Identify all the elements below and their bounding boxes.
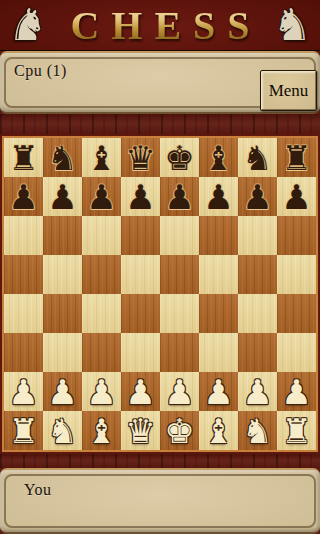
square-d6[interactable]	[121, 216, 160, 255]
square-f5[interactable]	[199, 255, 238, 294]
square-d5[interactable]	[121, 255, 160, 294]
piece-bN-b8[interactable]: ♞	[47, 141, 77, 175]
menu-button[interactable]: Menu	[260, 70, 317, 111]
square-g3[interactable]	[238, 333, 277, 372]
piece-bR-a8[interactable]: ♜	[8, 141, 38, 175]
board-frame: ♜♞♝♛♚♝♞♜♟♟♟♟♟♟♟♟♟♟♟♟♟♟♟♟♜♞♝♛♚♝♞♜	[0, 134, 320, 454]
square-g8[interactable]: ♞	[238, 138, 277, 177]
square-g4[interactable]	[238, 294, 277, 333]
piece-wN-g1[interactable]: ♞	[242, 414, 272, 448]
piece-wP-a2[interactable]: ♟	[8, 375, 38, 409]
wood-background-strip	[0, 114, 320, 134]
chess-app-screen: ♞ CHESS ♞ Cpu (1) Menu ♜♞♝♛♚♝♞♜♟♟♟♟♟♟♟♟♟…	[0, 0, 320, 534]
square-e6[interactable]	[160, 216, 199, 255]
piece-bP-c7[interactable]: ♟	[86, 180, 116, 214]
piece-wP-h2[interactable]: ♟	[281, 375, 311, 409]
piece-wP-e2[interactable]: ♟	[164, 375, 194, 409]
square-f6[interactable]	[199, 216, 238, 255]
square-h4[interactable]	[277, 294, 316, 333]
piece-wN-b1[interactable]: ♞	[47, 414, 77, 448]
piece-wK-e1[interactable]: ♚	[164, 414, 194, 448]
square-b3[interactable]	[43, 333, 82, 372]
square-h5[interactable]	[277, 255, 316, 294]
square-g7[interactable]: ♟	[238, 177, 277, 216]
piece-bB-c8[interactable]: ♝	[86, 141, 116, 175]
square-a3[interactable]	[4, 333, 43, 372]
square-c6[interactable]	[82, 216, 121, 255]
square-d2[interactable]: ♟	[121, 372, 160, 411]
piece-wP-b2[interactable]: ♟	[47, 375, 77, 409]
square-a2[interactable]: ♟	[4, 372, 43, 411]
piece-bP-e7[interactable]: ♟	[164, 180, 194, 214]
square-d1[interactable]: ♛	[121, 411, 160, 450]
knight-icon: ♞	[8, 1, 47, 49]
piece-bP-f7[interactable]: ♟	[203, 180, 233, 214]
square-b1[interactable]: ♞	[43, 411, 82, 450]
square-f3[interactable]	[199, 333, 238, 372]
square-a6[interactable]	[4, 216, 43, 255]
square-g1[interactable]: ♞	[238, 411, 277, 450]
square-c2[interactable]: ♟	[82, 372, 121, 411]
square-b5[interactable]	[43, 255, 82, 294]
piece-wR-h1[interactable]: ♜	[281, 414, 311, 448]
opponent-bar: Cpu (1) Menu	[0, 51, 320, 114]
piece-bP-h7[interactable]: ♟	[281, 180, 311, 214]
piece-bP-b7[interactable]: ♟	[47, 180, 77, 214]
square-f8[interactable]: ♝	[199, 138, 238, 177]
square-f2[interactable]: ♟	[199, 372, 238, 411]
square-b6[interactable]	[43, 216, 82, 255]
square-f4[interactable]	[199, 294, 238, 333]
square-e5[interactable]	[160, 255, 199, 294]
square-h8[interactable]: ♜	[277, 138, 316, 177]
piece-bN-g8[interactable]: ♞	[242, 141, 272, 175]
piece-bR-h8[interactable]: ♜	[281, 141, 311, 175]
square-c7[interactable]: ♟	[82, 177, 121, 216]
square-e8[interactable]: ♚	[160, 138, 199, 177]
square-h2[interactable]: ♟	[277, 372, 316, 411]
piece-wP-g2[interactable]: ♟	[242, 375, 272, 409]
piece-wB-f1[interactable]: ♝	[203, 414, 233, 448]
opponent-name-label: Cpu (1)	[14, 62, 67, 80]
wood-background-strip	[0, 454, 320, 468]
square-a7[interactable]: ♟	[4, 177, 43, 216]
square-a8[interactable]: ♜	[4, 138, 43, 177]
square-g2[interactable]: ♟	[238, 372, 277, 411]
square-b8[interactable]: ♞	[43, 138, 82, 177]
chess-board[interactable]: ♜♞♝♛♚♝♞♜♟♟♟♟♟♟♟♟♟♟♟♟♟♟♟♟♜♞♝♛♚♝♞♜	[2, 136, 318, 452]
piece-bB-f8[interactable]: ♝	[203, 141, 233, 175]
square-c4[interactable]	[82, 294, 121, 333]
piece-wR-a1[interactable]: ♜	[8, 414, 38, 448]
square-d3[interactable]	[121, 333, 160, 372]
square-a1[interactable]: ♜	[4, 411, 43, 450]
square-b7[interactable]: ♟	[43, 177, 82, 216]
square-d4[interactable]	[121, 294, 160, 333]
piece-wP-f2[interactable]: ♟	[203, 375, 233, 409]
square-f1[interactable]: ♝	[199, 411, 238, 450]
square-e7[interactable]: ♟	[160, 177, 199, 216]
piece-bQ-d8[interactable]: ♛	[125, 141, 155, 175]
square-h6[interactable]	[277, 216, 316, 255]
square-e2[interactable]: ♟	[160, 372, 199, 411]
piece-bP-g7[interactable]: ♟	[242, 180, 272, 214]
title-bar: ♞ CHESS ♞	[0, 0, 320, 51]
square-h7[interactable]: ♟	[277, 177, 316, 216]
square-b2[interactable]: ♟	[43, 372, 82, 411]
square-e3[interactable]	[160, 333, 199, 372]
piece-bP-d7[interactable]: ♟	[125, 180, 155, 214]
app-title: CHESS	[58, 2, 261, 49]
piece-wB-c1[interactable]: ♝	[86, 414, 116, 448]
square-e4[interactable]	[160, 294, 199, 333]
square-a5[interactable]	[4, 255, 43, 294]
square-h1[interactable]: ♜	[277, 411, 316, 450]
square-g6[interactable]	[238, 216, 277, 255]
square-a4[interactable]	[4, 294, 43, 333]
piece-wP-c2[interactable]: ♟	[86, 375, 116, 409]
square-b4[interactable]	[43, 294, 82, 333]
square-c5[interactable]	[82, 255, 121, 294]
square-c8[interactable]: ♝	[82, 138, 121, 177]
square-e1[interactable]: ♚	[160, 411, 199, 450]
piece-bP-a7[interactable]: ♟	[8, 180, 38, 214]
piece-wP-d2[interactable]: ♟	[125, 375, 155, 409]
square-g5[interactable]	[238, 255, 277, 294]
square-d8[interactable]: ♛	[121, 138, 160, 177]
square-d7[interactable]: ♟	[121, 177, 160, 216]
piece-wQ-d1[interactable]: ♛	[125, 414, 155, 448]
knight-icon: ♞	[273, 1, 312, 49]
square-c1[interactable]: ♝	[82, 411, 121, 450]
player-bar: You	[0, 468, 320, 534]
square-h3[interactable]	[277, 333, 316, 372]
square-c3[interactable]	[82, 333, 121, 372]
player-name-label: You	[24, 481, 51, 499]
piece-bK-e8[interactable]: ♚	[164, 141, 194, 175]
square-f7[interactable]: ♟	[199, 177, 238, 216]
